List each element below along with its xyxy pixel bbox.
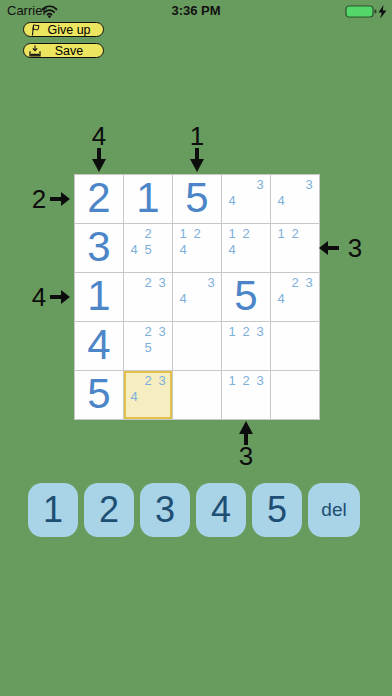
key-del[interactable]: del [308, 483, 360, 537]
cell-r2c1[interactable]: 3 [75, 224, 123, 272]
cell-value: 5 [173, 175, 221, 223]
clue-right-2: 3 [341, 234, 369, 262]
arrow-up-icon [239, 421, 253, 445]
candidate-digit: 4 [274, 290, 288, 306]
candidate-digit: 2 [288, 274, 302, 290]
cell-r3c5[interactable]: 234 [271, 273, 319, 321]
candidate-digit: 3 [155, 274, 169, 290]
candidate-digit: 2 [141, 274, 155, 290]
candidate-marks: 123 [222, 322, 270, 370]
cell-r1c2[interactable]: 1 [124, 175, 172, 223]
cell-value: 1 [75, 273, 123, 321]
cell-r2c3[interactable]: 124 [173, 224, 221, 272]
candidate-marks: 124 [173, 224, 221, 272]
candidate-marks: 235 [124, 322, 172, 370]
candidate-digit: 2 [239, 225, 253, 241]
cell-r3c2[interactable]: 23 [124, 273, 172, 321]
cell-value: 1 [124, 175, 172, 223]
clue-left-1: 2 [25, 185, 53, 213]
key-2[interactable]: 2 [84, 483, 134, 537]
cell-r1c3[interactable]: 5 [173, 175, 221, 223]
cell-value: 5 [222, 273, 270, 321]
candidate-digit: 4 [225, 192, 239, 208]
candidate-digit: 3 [302, 176, 316, 192]
candidate-digit: 2 [190, 225, 204, 241]
cell-r1c5[interactable]: 34 [271, 175, 319, 223]
candidate-digit: 2 [141, 225, 155, 241]
candidate-marks: 34 [222, 175, 270, 223]
cell-r5c5[interactable] [271, 371, 319, 419]
key-4[interactable]: 4 [196, 483, 246, 537]
cell-r3c4[interactable]: 5 [222, 273, 270, 321]
candidate-digit: 4 [225, 241, 239, 257]
candidate-marks: 123 [222, 371, 270, 419]
candidate-digit: 3 [253, 323, 267, 339]
cell-r4c1[interactable]: 4 [75, 322, 123, 370]
cell-r4c5[interactable] [271, 322, 319, 370]
cell-value: 2 [75, 175, 123, 223]
candidate-digit: 3 [155, 323, 169, 339]
candidate-digit: 3 [253, 176, 267, 192]
key-3[interactable]: 3 [140, 483, 190, 537]
arrow-right-icon [50, 290, 70, 304]
cell-r3c3[interactable]: 34 [173, 273, 221, 321]
arrow-right-icon [50, 192, 70, 206]
cell-value: 5 [75, 371, 123, 419]
cell-r2c5[interactable]: 12 [271, 224, 319, 272]
candidate-digit: 2 [239, 323, 253, 339]
candidate-digit: 3 [204, 274, 218, 290]
cell-r4c4[interactable]: 123 [222, 322, 270, 370]
candidate-marks: 234 [124, 371, 172, 419]
candidate-digit: 2 [141, 372, 155, 388]
candidate-marks: 23 [124, 273, 172, 321]
cell-r5c3[interactable] [173, 371, 221, 419]
arrow-down-icon [190, 148, 204, 172]
cell-r2c4[interactable]: 124 [222, 224, 270, 272]
key-1[interactable]: 1 [28, 483, 78, 537]
candidate-digit: 1 [225, 372, 239, 388]
candidate-digit: 3 [302, 274, 316, 290]
arrow-down-icon [92, 148, 106, 172]
candidate-marks: 245 [124, 224, 172, 272]
candidate-digit: 4 [127, 241, 141, 257]
candidate-digit: 4 [127, 388, 141, 404]
cell-r5c1[interactable]: 5 [75, 371, 123, 419]
cell-r2c2[interactable]: 245 [124, 224, 172, 272]
candidate-digit: 1 [176, 225, 190, 241]
candidate-digit: 3 [155, 372, 169, 388]
candidate-marks: 34 [271, 175, 319, 223]
cell-value: 3 [75, 224, 123, 272]
candidate-digit: 5 [141, 339, 155, 355]
candidate-digit: 1 [274, 225, 288, 241]
candidate-marks: 12 [271, 224, 319, 272]
candidate-marks: 234 [271, 273, 319, 321]
candidate-digit: 4 [176, 241, 190, 257]
candidate-digit: 1 [225, 323, 239, 339]
numpad: 12345del [28, 483, 360, 537]
candidate-digit: 2 [141, 323, 155, 339]
candidate-digit: 1 [225, 225, 239, 241]
candidate-digit: 2 [288, 225, 302, 241]
cell-r5c4[interactable]: 123 [222, 371, 270, 419]
cell-r1c1[interactable]: 2 [75, 175, 123, 223]
candidate-marks: 124 [222, 224, 270, 272]
cell-r1c4[interactable]: 34 [222, 175, 270, 223]
clue-top-3: 1 [183, 122, 211, 150]
arrow-left-icon [319, 241, 339, 255]
key-5[interactable]: 5 [252, 483, 302, 537]
candidate-digit: 2 [239, 372, 253, 388]
puzzle-grid: 2153434324512412412123345234423512352341… [74, 174, 320, 420]
cell-r4c3[interactable] [173, 322, 221, 370]
candidate-digit: 3 [253, 372, 267, 388]
cell-r3c1[interactable]: 1 [75, 273, 123, 321]
cell-r5c2[interactable]: 234 [124, 371, 172, 419]
cell-r4c2[interactable]: 235 [124, 322, 172, 370]
clue-left-3: 4 [25, 283, 53, 311]
candidate-digit: 5 [141, 241, 155, 257]
clue-bottom-4: 3 [232, 442, 260, 470]
candidate-marks: 34 [173, 273, 221, 321]
cell-value: 4 [75, 322, 123, 370]
skyscrapers-board: 2153434324512412412123345234423512352341… [0, 0, 392, 480]
candidate-digit: 4 [274, 192, 288, 208]
clue-top-1: 4 [85, 122, 113, 150]
candidate-digit: 4 [176, 290, 190, 306]
